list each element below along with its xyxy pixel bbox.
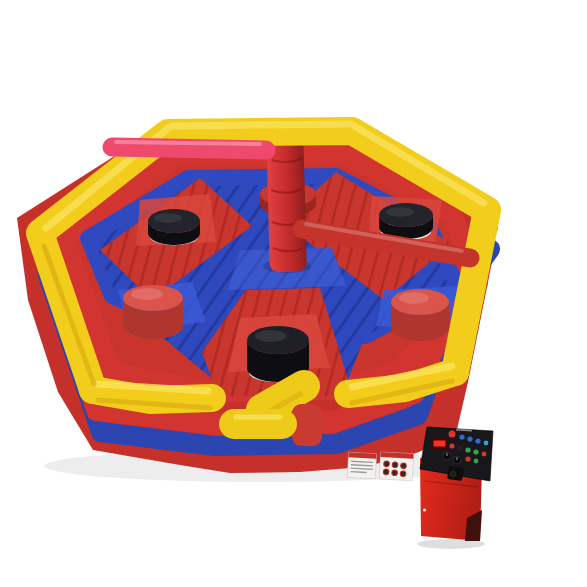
warning-sticker-text xyxy=(347,452,376,478)
sweeper-arm-pink xyxy=(112,142,266,150)
product-photo xyxy=(0,0,587,587)
led-display-glow xyxy=(434,441,446,447)
pedestal-front-left xyxy=(123,285,183,339)
warning-stickers xyxy=(347,450,413,480)
control-unit xyxy=(417,427,493,549)
pedestal-back-left xyxy=(148,209,200,245)
pedestal-back-right xyxy=(379,203,433,239)
pedestal-front-right xyxy=(391,289,449,341)
inflatable-wipeout-scene xyxy=(0,0,587,587)
warning-sticker-pictograms xyxy=(379,452,413,481)
